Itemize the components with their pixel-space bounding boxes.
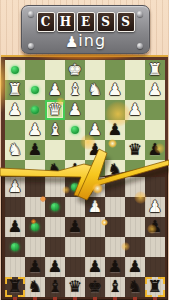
top-square-r2c0[interactable]: ♟ (5, 100, 25, 120)
white-pawn: ♟ (45, 80, 65, 100)
bottom-square-r1c2[interactable] (45, 197, 65, 217)
white-pawn: ♟ (125, 100, 145, 120)
black-pawn: ♟ (45, 257, 65, 277)
bottom-square-r5c1[interactable]: ♞ (25, 277, 45, 297)
bottom-square-r3c3[interactable] (65, 237, 85, 257)
bottom-square-r4c7[interactable] (145, 257, 165, 277)
bottom-square-r4c4[interactable]: ♟ (85, 257, 105, 277)
black-king: ♚ (85, 277, 105, 297)
white-pawn: ♟ (25, 120, 45, 140)
top-square-r3c3[interactable] (65, 120, 85, 140)
bottom-square-r2c1[interactable] (25, 217, 45, 237)
black-queen: ♛ (65, 277, 85, 297)
logo-letter-tile: H (57, 12, 75, 32)
white-queen: ♛ (45, 100, 65, 120)
bottom-square-r3c5[interactable] (105, 237, 125, 257)
black-pawn: ♟ (145, 217, 165, 237)
white-pawn: ♟ (145, 80, 165, 100)
black-bishop: ♝ (105, 277, 125, 297)
top-square-r2c2[interactable]: ♛ (45, 100, 65, 120)
bottom-square-r1c3[interactable] (65, 197, 85, 217)
bottom-square-r2c4[interactable] (85, 217, 105, 237)
white-pawn: ♟ (5, 177, 25, 197)
top-square-r4c4[interactable]: ♟ (85, 140, 105, 160)
logo-letter-tile: E (77, 12, 95, 32)
top-square-r3c1[interactable]: ♟ (25, 120, 45, 140)
top-square-r3c0[interactable] (5, 120, 25, 140)
top-square-r3c6[interactable] (125, 120, 145, 140)
logo-title-tiles: CHESS (22, 12, 149, 32)
black-knight: ♞ (25, 277, 45, 297)
bottom-square-r3c0[interactable] (5, 237, 25, 257)
top-square-r1c3[interactable]: ♝ (65, 80, 85, 100)
top-square-r2c1[interactable] (25, 100, 45, 120)
white-pawn: ♟ (85, 197, 105, 217)
bottom-square-r5c2[interactable]: ♝ (45, 277, 65, 297)
bottom-square-r5c0[interactable]: ♜ (5, 277, 25, 297)
bottom-square-r1c4[interactable]: ♟ (85, 197, 105, 217)
top-square-r0c0[interactable] (5, 60, 25, 80)
top-square-r3c5[interactable]: ♟ (105, 120, 125, 140)
bottom-square-r3c2[interactable] (45, 237, 65, 257)
top-square-r1c2[interactable]: ♟ (45, 80, 65, 100)
top-square-r1c6[interactable] (125, 80, 145, 100)
bottom-square-r0c5[interactable] (105, 177, 125, 197)
bottom-square-r1c7[interactable]: ♟ (145, 197, 165, 217)
bottom-square-r5c3[interactable]: ♛ (65, 277, 85, 297)
logo-subtitle-text: ing (78, 31, 106, 50)
bottom-square-r3c6[interactable] (125, 237, 145, 257)
app-screen: ♟♟♟♟♟♟♟♟♟♟♟♜♞♝♛♚♝♞♜ ♚♜♜♟♝♞♟♟♟♛♟♟♟♝♟♟♞♟♟♛… (0, 0, 169, 300)
top-square-r1c7[interactable]: ♟ (145, 80, 165, 100)
bottom-square-r4c1[interactable]: ♟ (25, 257, 45, 277)
top-board-squares: ♚♜♜♟♝♞♟♟♟♛♟♟♟♝♟♟♞♟♟♛♟♞♟♞ (5, 60, 165, 180)
top-square-r0c2[interactable] (45, 60, 65, 80)
top-square-r0c4[interactable] (85, 60, 105, 80)
top-square-r2c7[interactable] (145, 100, 165, 120)
black-rook: ♜ (145, 277, 165, 297)
app-logo-plaque: CHESS ♟ing (21, 5, 150, 54)
white-king: ♚ (65, 60, 85, 80)
top-square-r1c1[interactable] (25, 80, 45, 100)
legal-move-dot[interactable] (51, 203, 59, 211)
legal-move-dot[interactable] (11, 243, 19, 251)
top-square-r3c4[interactable]: ♟ (85, 120, 105, 140)
bottom-square-r4c5[interactable]: ♟ (105, 257, 125, 277)
top-square-r3c2[interactable]: ♝ (45, 120, 65, 140)
black-pawn: ♟ (25, 257, 45, 277)
top-square-r4c7[interactable]: ♟ (145, 140, 165, 160)
legal-move-dot[interactable] (31, 86, 39, 94)
bottom-square-r2c6[interactable] (125, 217, 145, 237)
top-square-r2c6[interactable]: ♟ (125, 100, 145, 120)
top-square-r0c6[interactable] (125, 60, 145, 80)
top-square-r4c2[interactable] (45, 140, 65, 160)
top-square-r0c7[interactable]: ♜ (145, 60, 165, 80)
bottom-square-r3c7[interactable] (145, 237, 165, 257)
bottom-square-r0c3[interactable] (65, 177, 85, 197)
white-knight: ♞ (5, 140, 25, 160)
logo-letter-tile: C (37, 12, 55, 32)
top-square-r2c3[interactable]: ♟ (65, 100, 85, 120)
bottom-square-r0c7[interactable] (145, 177, 165, 197)
bottom-square-r5c4[interactable]: ♚ (85, 277, 105, 297)
bottom-square-r0c0[interactable]: ♟ (5, 177, 25, 197)
black-queen: ♛ (125, 140, 145, 160)
logo-letter-tile: S (117, 12, 135, 32)
white-pawn: ♟ (5, 100, 25, 120)
black-pawn: ♟ (5, 217, 25, 237)
top-square-r2c4[interactable] (85, 100, 105, 120)
top-square-r3c7[interactable] (145, 120, 165, 140)
top-square-r4c0[interactable]: ♞ (5, 140, 25, 160)
top-square-r0c3[interactable]: ♚ (65, 60, 85, 80)
bottom-square-r1c6[interactable] (125, 197, 145, 217)
bottom-square-r5c7[interactable]: ♜ (145, 277, 165, 297)
top-square-r1c4[interactable]: ♞ (85, 80, 105, 100)
bottom-square-r4c6[interactable]: ♟ (125, 257, 145, 277)
bottom-square-r2c5[interactable] (105, 217, 125, 237)
white-bishop: ♝ (45, 120, 65, 140)
black-pawn: ♟ (105, 257, 125, 277)
top-square-r0c5[interactable] (105, 60, 125, 80)
white-pawn: ♟ (65, 100, 85, 120)
bottom-square-r2c2[interactable] (45, 217, 65, 237)
bottom-square-r2c7[interactable]: ♟ (145, 217, 165, 237)
legal-move-dot[interactable] (71, 126, 79, 134)
legal-move-dot[interactable] (31, 223, 39, 231)
bottom-square-r4c0[interactable] (5, 257, 25, 277)
top-square-r4c1[interactable]: ♟ (25, 140, 45, 160)
black-pawn: ♟ (65, 217, 85, 237)
logo-letter-tile: S (97, 12, 115, 32)
top-square-r4c3[interactable] (65, 140, 85, 160)
white-rook: ♜ (145, 60, 165, 80)
white-pawn: ♟ (85, 120, 105, 140)
white-rook: ♜ (5, 80, 25, 100)
bottom-square-r1c5[interactable] (105, 197, 125, 217)
bottom-square-r0c6[interactable] (125, 177, 145, 197)
black-bishop: ♝ (45, 277, 65, 297)
black-pawn: ♟ (145, 140, 165, 160)
black-pawn: ♟ (85, 140, 105, 160)
top-square-r1c0[interactable]: ♜ (5, 80, 25, 100)
top-square-r4c5[interactable] (105, 140, 125, 160)
bottom-square-r1c1[interactable] (25, 197, 45, 217)
bottom-square-r4c3[interactable] (65, 257, 85, 277)
white-bishop: ♝ (65, 80, 85, 100)
legal-move-dot[interactable] (71, 183, 79, 191)
bottom-square-r0c2[interactable] (45, 177, 65, 197)
black-rook: ♜ (5, 277, 25, 297)
bottom-square-r0c1[interactable] (25, 177, 45, 197)
top-square-r0c1[interactable] (25, 60, 45, 80)
legal-move-dot[interactable] (31, 106, 39, 114)
black-pawn: ♟ (85, 257, 105, 277)
bottom-square-r2c3[interactable]: ♟ (65, 217, 85, 237)
black-knight: ♞ (125, 277, 145, 297)
top-square-r4c6[interactable]: ♛ (125, 140, 145, 160)
bottom-board-squares: ♟♟♟♟♟♟♟♟♟♟♟♜♞♝♛♚♝♞♜ (5, 177, 165, 297)
bottom-square-r5c5[interactable]: ♝ (105, 277, 125, 297)
logo-subtitle: ♟ing (22, 31, 149, 51)
bottom-square-r3c4[interactable] (85, 237, 105, 257)
top-square-r1c5[interactable]: ♟ (105, 80, 125, 100)
white-pawn: ♟ (105, 80, 125, 100)
legal-move-dot[interactable] (11, 66, 19, 74)
black-pawn: ♟ (125, 257, 145, 277)
black-pawn: ♟ (105, 120, 125, 140)
bottom-square-r1c0[interactable] (5, 197, 25, 217)
bottom-square-r4c2[interactable]: ♟ (45, 257, 65, 277)
bottom-square-r3c1[interactable] (25, 237, 45, 257)
bottom-square-r2c0[interactable]: ♟ (5, 217, 25, 237)
top-square-r2c5[interactable] (105, 100, 125, 120)
bottom-square-r5c6[interactable]: ♞ (125, 277, 145, 297)
white-knight: ♞ (85, 80, 105, 100)
black-pawn: ♟ (25, 140, 45, 160)
white-pawn: ♟ (145, 197, 165, 217)
